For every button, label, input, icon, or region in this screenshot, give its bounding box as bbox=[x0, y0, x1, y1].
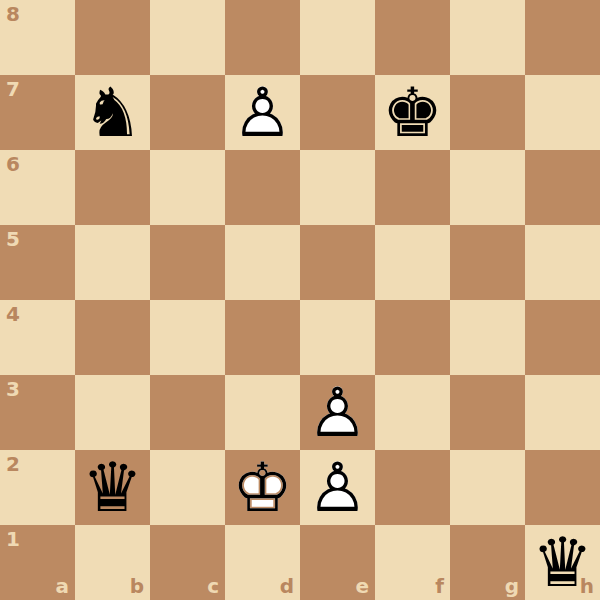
square-g6[interactable] bbox=[450, 150, 525, 225]
square-g4[interactable] bbox=[450, 300, 525, 375]
square-b5[interactable] bbox=[75, 225, 150, 300]
square-a6[interactable]: 6 bbox=[0, 150, 75, 225]
piece-white-pawn-e2[interactable]: ♟♙ bbox=[300, 450, 375, 525]
rank-label-8: 8 bbox=[6, 4, 20, 24]
square-f3[interactable] bbox=[375, 375, 450, 450]
square-h7[interactable] bbox=[525, 75, 600, 150]
square-h1[interactable]: h♛ bbox=[525, 525, 600, 600]
square-b6[interactable] bbox=[75, 150, 150, 225]
square-f1[interactable]: f bbox=[375, 525, 450, 600]
square-g2[interactable] bbox=[450, 450, 525, 525]
square-c1[interactable]: c bbox=[150, 525, 225, 600]
square-f7[interactable]: ♚ bbox=[375, 75, 450, 150]
piece-white-pawn-e3[interactable]: ♟♙ bbox=[300, 375, 375, 450]
square-f5[interactable] bbox=[375, 225, 450, 300]
square-b8[interactable] bbox=[75, 0, 150, 75]
rank-label-1: 1 bbox=[6, 529, 20, 549]
square-b1[interactable]: b bbox=[75, 525, 150, 600]
file-label-e: e bbox=[355, 576, 369, 596]
square-g3[interactable] bbox=[450, 375, 525, 450]
square-f6[interactable] bbox=[375, 150, 450, 225]
square-d6[interactable] bbox=[225, 150, 300, 225]
square-a8[interactable]: 8 bbox=[0, 0, 75, 75]
rank-label-7: 7 bbox=[6, 79, 20, 99]
square-f8[interactable] bbox=[375, 0, 450, 75]
square-d5[interactable] bbox=[225, 225, 300, 300]
square-b3[interactable] bbox=[75, 375, 150, 450]
square-a5[interactable]: 5 bbox=[0, 225, 75, 300]
square-d4[interactable] bbox=[225, 300, 300, 375]
square-d8[interactable] bbox=[225, 0, 300, 75]
piece-black-knight-b7[interactable]: ♞ bbox=[75, 75, 150, 150]
square-a2[interactable]: 2 bbox=[0, 450, 75, 525]
square-e8[interactable] bbox=[300, 0, 375, 75]
piece-black-queen-h1[interactable]: ♛ bbox=[525, 525, 600, 600]
square-b7[interactable]: ♞ bbox=[75, 75, 150, 150]
square-g8[interactable] bbox=[450, 0, 525, 75]
square-a1[interactable]: 1a bbox=[0, 525, 75, 600]
square-e7[interactable] bbox=[300, 75, 375, 150]
file-label-c: c bbox=[207, 576, 219, 596]
square-d3[interactable] bbox=[225, 375, 300, 450]
piece-white-king-d2[interactable]: ♚♔ bbox=[225, 450, 300, 525]
square-e3[interactable]: ♟♙ bbox=[300, 375, 375, 450]
square-e4[interactable] bbox=[300, 300, 375, 375]
square-e6[interactable] bbox=[300, 150, 375, 225]
white-pawn-glyph-outline: ♙ bbox=[225, 75, 300, 150]
rank-label-5: 5 bbox=[6, 229, 20, 249]
square-a3[interactable]: 3 bbox=[0, 375, 75, 450]
square-c2[interactable] bbox=[150, 450, 225, 525]
square-d2[interactable]: ♚♔ bbox=[225, 450, 300, 525]
square-h2[interactable] bbox=[525, 450, 600, 525]
file-label-g: g bbox=[505, 576, 519, 596]
file-label-f: f bbox=[435, 576, 444, 596]
square-d7[interactable]: ♟♙ bbox=[225, 75, 300, 150]
square-h4[interactable] bbox=[525, 300, 600, 375]
black-knight-glyph: ♞ bbox=[75, 75, 150, 150]
rank-label-2: 2 bbox=[6, 454, 20, 474]
piece-black-king-f7[interactable]: ♚ bbox=[375, 75, 450, 150]
rank-label-3: 3 bbox=[6, 379, 20, 399]
square-c4[interactable] bbox=[150, 300, 225, 375]
rank-label-4: 4 bbox=[6, 304, 20, 324]
piece-white-pawn-d7[interactable]: ♟♙ bbox=[225, 75, 300, 150]
square-h6[interactable] bbox=[525, 150, 600, 225]
white-pawn-glyph-outline: ♙ bbox=[300, 450, 375, 525]
square-e2[interactable]: ♟♙ bbox=[300, 450, 375, 525]
square-h5[interactable] bbox=[525, 225, 600, 300]
square-h3[interactable] bbox=[525, 375, 600, 450]
square-f2[interactable] bbox=[375, 450, 450, 525]
square-c5[interactable] bbox=[150, 225, 225, 300]
square-e5[interactable] bbox=[300, 225, 375, 300]
square-c8[interactable] bbox=[150, 0, 225, 75]
square-g7[interactable] bbox=[450, 75, 525, 150]
square-b4[interactable] bbox=[75, 300, 150, 375]
rank-label-6: 6 bbox=[6, 154, 20, 174]
square-e1[interactable]: e bbox=[300, 525, 375, 600]
square-h8[interactable] bbox=[525, 0, 600, 75]
chess-board: 87♞♟♙♚6543♟♙2♛♚♔♟♙1abcdefgh♛ bbox=[0, 0, 600, 600]
white-pawn-glyph-outline: ♙ bbox=[300, 375, 375, 450]
square-f4[interactable] bbox=[375, 300, 450, 375]
square-b2[interactable]: ♛ bbox=[75, 450, 150, 525]
black-king-glyph: ♚ bbox=[375, 75, 450, 150]
file-label-b: b bbox=[130, 576, 144, 596]
square-a4[interactable]: 4 bbox=[0, 300, 75, 375]
piece-black-queen-b2[interactable]: ♛ bbox=[75, 450, 150, 525]
square-c3[interactable] bbox=[150, 375, 225, 450]
black-queen-glyph: ♛ bbox=[525, 525, 600, 600]
square-d1[interactable]: d bbox=[225, 525, 300, 600]
white-king-glyph-outline: ♔ bbox=[225, 450, 300, 525]
square-a7[interactable]: 7 bbox=[0, 75, 75, 150]
file-label-a: a bbox=[56, 576, 70, 596]
square-c6[interactable] bbox=[150, 150, 225, 225]
file-label-d: d bbox=[280, 576, 294, 596]
black-queen-glyph: ♛ bbox=[75, 450, 150, 525]
square-c7[interactable] bbox=[150, 75, 225, 150]
square-g5[interactable] bbox=[450, 225, 525, 300]
square-g1[interactable]: g bbox=[450, 525, 525, 600]
